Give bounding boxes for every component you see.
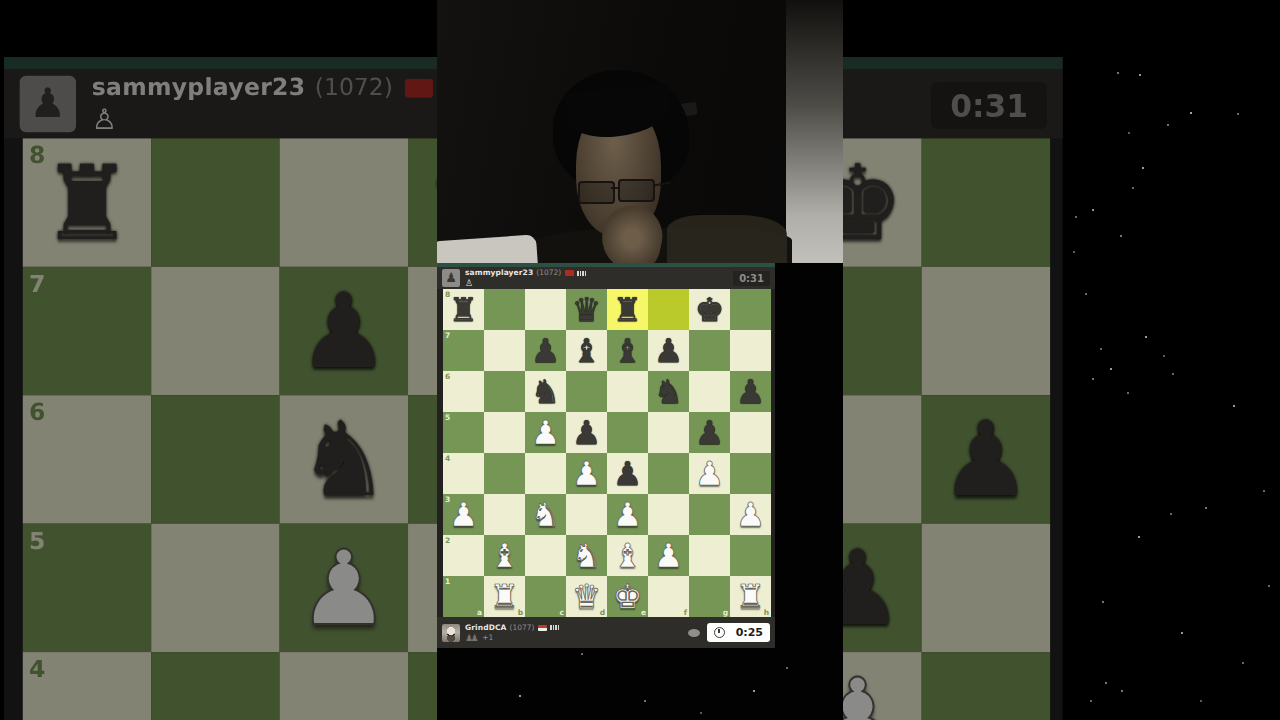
square-f3[interactable] [648, 494, 689, 535]
top-player-flag-icon [405, 79, 433, 98]
square-f8[interactable] [648, 289, 689, 330]
square-a7[interactable]: 7 [443, 330, 484, 371]
top-player-clock: 0:31 [931, 80, 1046, 127]
piece-white-pawn-e3[interactable]: ♟ [607, 494, 648, 535]
rank-label: 1 [445, 578, 450, 586]
short-video-frame: ♟ sammyplayer23 (1072) ♙ 0:31 8♜♛♜♚7♟♝♝♟… [0, 0, 1280, 720]
top-player-rating: (1072) [315, 77, 393, 100]
square-d5[interactable]: ♟ [566, 412, 607, 453]
square-f5[interactable] [648, 412, 689, 453]
webcam-wall [786, 0, 843, 263]
rank-label: 6 [445, 373, 450, 381]
square-h1[interactable]: h♜ [730, 576, 771, 617]
square-b1[interactable]: b♜ [484, 576, 525, 617]
square-a7[interactable]: 7 [23, 267, 151, 395]
piece-black-rook-a8[interactable]: ♜ [23, 138, 151, 266]
piece-black-pawn-e4[interactable]: ♟ [607, 453, 648, 494]
webcam-pillow [437, 234, 538, 263]
square-d1[interactable]: d♛ [566, 576, 607, 617]
rank-label: 5 [29, 530, 45, 553]
webcam-view [437, 0, 843, 263]
square-d6[interactable] [566, 371, 607, 412]
piece-black-king-g8[interactable]: ♚ [689, 289, 730, 330]
bottom-captured-pieces: ♟♟ [465, 634, 479, 643]
piece-white-bishop-e2[interactable]: ♝ [607, 535, 648, 576]
square-a5[interactable]: 5 [443, 412, 484, 453]
top-player-name[interactable]: sammyplayer23 [465, 269, 533, 277]
file-label: c [560, 609, 564, 617]
bottom-player-info: GrindDCA (1077) ♟♟ +1 [465, 623, 560, 643]
top-player-info: sammyplayer23 (1072) ♙ [92, 73, 475, 136]
square-h5[interactable] [922, 524, 1050, 652]
square-h6[interactable]: ♟ [922, 395, 1050, 523]
piece-black-knight-f6[interactable]: ♞ [648, 371, 689, 412]
square-f7[interactable]: ♟ [648, 330, 689, 371]
square-a4[interactable]: 4 [23, 652, 151, 720]
square-g6[interactable] [689, 371, 730, 412]
starfield [0, 0, 2, 2]
badge-bars-icon [577, 271, 587, 276]
piece-white-pawn-h3[interactable]: ♟ [730, 494, 771, 535]
top-player-info: sammyplayer23 (1072) ♙ [465, 268, 587, 288]
piece-white-pawn-g4[interactable]: ♟ [689, 453, 730, 494]
piece-black-knight-c6[interactable]: ♞ [525, 371, 566, 412]
square-c2[interactable] [525, 535, 566, 576]
piece-white-rook-h1[interactable]: ♜ [730, 576, 771, 617]
square-b6[interactable] [484, 371, 525, 412]
chat-bubble-icon[interactable] [688, 629, 700, 637]
rank-label: 4 [445, 455, 450, 463]
square-c3[interactable]: ♞ [525, 494, 566, 535]
square-d7[interactable]: ♝ [566, 330, 607, 371]
square-h8[interactable] [922, 138, 1050, 266]
square-h7[interactable] [730, 330, 771, 371]
piece-white-bishop-b2[interactable]: ♝ [484, 535, 525, 576]
piece-black-rook-a8[interactable]: ♜ [443, 289, 484, 330]
piece-white-pawn-a3[interactable]: ♟ [443, 494, 484, 535]
top-player-flag-icon [565, 270, 574, 276]
square-g5[interactable]: ♟ [689, 412, 730, 453]
square-c8[interactable] [280, 138, 408, 266]
square-e2[interactable]: ♝ [607, 535, 648, 576]
square-a6[interactable]: 6 [23, 395, 151, 523]
file-label: a [477, 609, 482, 617]
square-h5[interactable] [730, 412, 771, 453]
piece-white-pawn-f2[interactable]: ♟ [648, 535, 689, 576]
square-h8[interactable] [730, 289, 771, 330]
square-b6[interactable] [151, 395, 279, 523]
square-h4[interactable] [730, 453, 771, 494]
top-player-avatar[interactable]: ♟ [20, 76, 76, 132]
foreground-column: ♟ sammyplayer23 (1072) ♙ 0:31 8♜♛♜♚7♟♝♝♟… [437, 0, 843, 720]
square-d4[interactable]: ♟ [566, 453, 607, 494]
square-f6[interactable]: ♞ [648, 371, 689, 412]
square-c6[interactable]: ♞ [280, 395, 408, 523]
square-a8[interactable]: 8♜ [23, 138, 151, 266]
chess-stream-capture: ♟ sammyplayer23 (1072) ♙ 0:31 8♜♛♜♚7♟♝♝♟… [437, 263, 775, 648]
piece-white-pawn-c5[interactable]: ♟ [525, 412, 566, 453]
chess-board: 8♜♛♜♚7♟♝♝♟6♞♞♟5♟♟♟4♟♟♟3♟♞♟♟2♝♞♝♟1ab♜cd♛e… [443, 289, 771, 617]
square-b4[interactable] [151, 652, 279, 720]
square-b7[interactable] [484, 330, 525, 371]
square-c7[interactable]: ♟ [280, 267, 408, 395]
piece-black-queen-d8[interactable]: ♛ [566, 289, 607, 330]
glasses-icon [578, 179, 670, 203]
square-h6[interactable]: ♟ [730, 371, 771, 412]
rank-label: 7 [29, 273, 45, 296]
piece-black-pawn-c7[interactable]: ♟ [280, 267, 408, 395]
square-g3[interactable] [689, 494, 730, 535]
square-b5[interactable] [484, 412, 525, 453]
square-d8[interactable]: ♛ [566, 289, 607, 330]
square-a4[interactable]: 4 [443, 453, 484, 494]
square-c5[interactable]: ♟ [280, 524, 408, 652]
square-f4[interactable] [648, 453, 689, 494]
square-g1[interactable]: g [689, 576, 730, 617]
square-f1[interactable]: f [648, 576, 689, 617]
game-capture: ♟ sammyplayer23 (1072) ♙ 0:31 8♜♛♜♚7♟♝♝♟… [437, 263, 775, 648]
square-h7[interactable] [922, 267, 1050, 395]
square-c5[interactable]: ♟ [525, 412, 566, 453]
piece-black-bishop-d7[interactable]: ♝ [566, 330, 607, 371]
square-a8[interactable]: 8♜ [443, 289, 484, 330]
badge-bars-icon [550, 625, 560, 630]
piece-black-knight-c6[interactable]: ♞ [280, 395, 408, 523]
square-e8[interactable]: ♜ [607, 289, 648, 330]
pawn-avatar-icon: ♟ [20, 76, 76, 132]
bottom-player-time: 0:25 [736, 626, 763, 639]
piece-black-rook-e8[interactable]: ♜ [607, 289, 648, 330]
square-e3[interactable]: ♟ [607, 494, 648, 535]
file-label: f [684, 609, 687, 617]
top-player-name[interactable]: sammyplayer23 [92, 77, 306, 100]
square-a1[interactable]: 1a [443, 576, 484, 617]
square-b3[interactable] [484, 494, 525, 535]
square-f2[interactable]: ♟ [648, 535, 689, 576]
piece-black-bishop-e7[interactable]: ♝ [607, 330, 648, 371]
square-d2[interactable]: ♞ [566, 535, 607, 576]
rank-label: 6 [29, 402, 45, 425]
piece-black-pawn-g5[interactable]: ♟ [689, 412, 730, 453]
piece-white-knight-d2[interactable]: ♞ [566, 535, 607, 576]
square-c7[interactable]: ♟ [525, 330, 566, 371]
bottom-player-clock: 0:25 [707, 623, 770, 642]
square-g8[interactable]: ♚ [689, 289, 730, 330]
bottom-player-flag-icon [538, 625, 547, 631]
piece-black-pawn-c7[interactable]: ♟ [525, 330, 566, 371]
piece-black-pawn-h6[interactable]: ♟ [730, 371, 771, 412]
rank-label: 7 [445, 332, 450, 340]
bottom-player-rating: (1077) [509, 624, 534, 632]
square-e1[interactable]: e♚ [607, 576, 648, 617]
rank-label: 5 [445, 414, 450, 422]
bottom-player-bar: GrindDCA (1077) ♟♟ +1 0:25 [437, 617, 775, 648]
square-d3[interactable] [566, 494, 607, 535]
square-h3[interactable]: ♟ [730, 494, 771, 535]
piece-black-pawn-f7[interactable]: ♟ [648, 330, 689, 371]
square-b5[interactable] [151, 524, 279, 652]
square-b8[interactable] [151, 138, 279, 266]
square-h4[interactable] [922, 652, 1050, 720]
square-e6[interactable] [607, 371, 648, 412]
pawn-avatar-icon: ♟ [442, 269, 460, 287]
top-captured-pieces: ♙ [465, 279, 473, 288]
top-player-rating: (1072) [536, 269, 561, 277]
piece-white-knight-c3[interactable]: ♞ [525, 494, 566, 535]
top-captured-pieces: ♙ [92, 107, 117, 135]
square-b2[interactable]: ♝ [484, 535, 525, 576]
square-a5[interactable]: 5 [23, 524, 151, 652]
material-advantage: +1 [482, 634, 493, 642]
square-c8[interactable] [525, 289, 566, 330]
square-b4[interactable] [484, 453, 525, 494]
square-e7[interactable]: ♝ [607, 330, 648, 371]
piece-black-pawn-h6[interactable]: ♟ [922, 395, 1050, 523]
piece-white-king-e1[interactable]: ♚ [607, 576, 648, 617]
square-e5[interactable] [607, 412, 648, 453]
file-label: g [723, 609, 728, 617]
square-b8[interactable] [484, 289, 525, 330]
piece-white-rook-b1[interactable]: ♜ [484, 576, 525, 617]
square-c1[interactable]: c [525, 576, 566, 617]
piece-white-queen-d1[interactable]: ♛ [566, 576, 607, 617]
square-g4[interactable]: ♟ [689, 453, 730, 494]
square-e4[interactable]: ♟ [607, 453, 648, 494]
rank-label: 4 [29, 658, 45, 681]
rank-label: 2 [445, 537, 450, 545]
square-c4[interactable] [280, 652, 408, 720]
bottom-player-name[interactable]: GrindDCA [465, 624, 506, 632]
square-c4[interactable] [525, 453, 566, 494]
bottom-player-avatar[interactable] [442, 624, 460, 642]
piece-white-pawn-d4[interactable]: ♟ [566, 453, 607, 494]
webcam-person-shirt [667, 215, 787, 263]
square-g7[interactable] [689, 330, 730, 371]
piece-white-pawn-c5[interactable]: ♟ [280, 524, 408, 652]
square-c6[interactable]: ♞ [525, 371, 566, 412]
top-player-avatar[interactable]: ♟ [442, 269, 460, 287]
square-g2[interactable] [689, 535, 730, 576]
square-a2[interactable]: 2 [443, 535, 484, 576]
clock-icon [714, 627, 725, 638]
square-h2[interactable] [730, 535, 771, 576]
square-a3[interactable]: 3♟ [443, 494, 484, 535]
piece-black-pawn-d5[interactable]: ♟ [566, 412, 607, 453]
square-b7[interactable] [151, 267, 279, 395]
top-player-bar: ♟ sammyplayer23 (1072) ♙ 0:31 [437, 267, 775, 289]
square-a6[interactable]: 6 [443, 371, 484, 412]
top-player-clock: 0:31 [733, 271, 770, 286]
